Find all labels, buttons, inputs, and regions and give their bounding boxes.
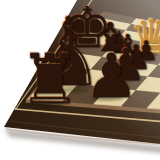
pieces-layer: ♛♟♟♞♝♟♝♚♝♞♟♜ — [0, 0, 160, 160]
piece-black-pawn-front: ♟ — [84, 45, 130, 106]
scene: ♛♟♟♞♝♟♝♚♝♞♟♜ — [0, 0, 160, 160]
piece-black-rook: ♜ — [19, 45, 73, 114]
